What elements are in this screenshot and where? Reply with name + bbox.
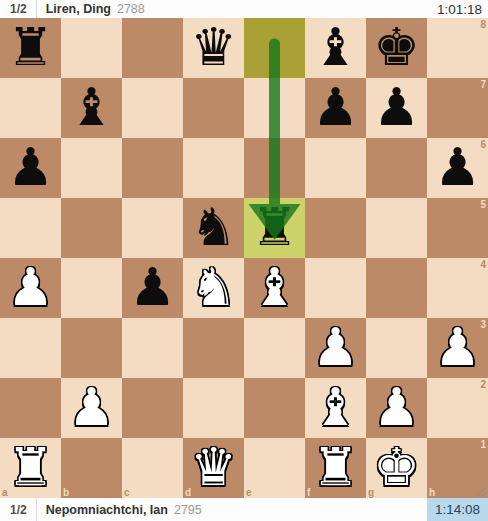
square-a6[interactable]: ♟ [0,138,61,198]
square-h6[interactable]: ♟6 [427,138,488,198]
piece-white-knight[interactable]: ♞ [183,258,244,318]
game-result-top: 1/2 [0,2,36,16]
square-g5[interactable] [366,198,427,258]
piece-black-queen[interactable]: ♛ [183,18,244,78]
square-d2[interactable] [183,378,244,438]
square-e6[interactable] [244,138,305,198]
square-e7[interactable] [244,78,305,138]
rank-label-4: 4 [480,259,486,270]
square-d8[interactable]: ♛ [183,18,244,78]
piece-white-pawn[interactable]: ♟ [61,378,122,438]
game-result-bottom: 1/2 [0,503,36,517]
rank-label-2: 2 [480,379,486,390]
piece-white-pawn[interactable]: ♟ [366,378,427,438]
square-g2[interactable]: ♟ [366,378,427,438]
square-e5[interactable]: ♜ [244,198,305,258]
piece-white-pawn[interactable]: ♟ [0,258,61,318]
square-g7[interactable]: ♟ [366,78,427,138]
square-d4[interactable]: ♞ [183,258,244,318]
player-bar-bottom: 1/2 Nepomniachtchi, Ian 2795 1:14:08 [0,498,488,521]
divider [36,0,37,18]
piece-white-rook[interactable]: ♜ [305,438,366,498]
piece-black-rook[interactable]: ♜ [0,18,61,78]
square-b5[interactable] [61,198,122,258]
player-rating-bottom: 2795 [174,503,202,517]
piece-black-rook[interactable]: ♜ [244,198,305,258]
player-bar-top: 1/2 Liren, Ding 2788 1:01:18 [0,0,488,18]
chess-board[interactable]: ♜♛♝♚8♝♟♟7♟♟6♞♜5♟♟♞♝4♟♟3♟♝♟2♜abc♛de♜f♚g1h [0,18,488,498]
square-b7[interactable]: ♝ [61,78,122,138]
board-grid[interactable]: ♜♛♝♚8♝♟♟7♟♟6♞♜5♟♟♞♝4♟♟3♟♝♟2♜abc♛de♜f♚g1h [0,18,488,498]
rank-label-1: 1 [480,439,486,450]
file-label-b: b [63,487,69,498]
square-a2[interactable] [0,378,61,438]
square-e3[interactable] [244,318,305,378]
square-f4[interactable] [305,258,366,318]
square-c6[interactable] [122,138,183,198]
resize-grip-icon [474,485,487,498]
piece-black-pawn[interactable]: ♟ [0,138,61,198]
square-b4[interactable] [61,258,122,318]
square-g4[interactable] [366,258,427,318]
rank-label-8: 8 [480,19,486,30]
square-d6[interactable] [183,138,244,198]
square-f3[interactable]: ♟ [305,318,366,378]
square-d7[interactable] [183,78,244,138]
square-f5[interactable] [305,198,366,258]
square-a4[interactable]: ♟ [0,258,61,318]
square-c8[interactable] [122,18,183,78]
square-h8[interactable]: 8 [427,18,488,78]
square-a7[interactable] [0,78,61,138]
file-label-h: h [429,487,435,498]
square-c3[interactable] [122,318,183,378]
square-b1[interactable]: b [61,438,122,498]
square-e1[interactable]: e [244,438,305,498]
square-f6[interactable] [305,138,366,198]
clock-top: 1:01:18 [431,0,488,18]
player-name-bottom: Nepomniachtchi, Ian [46,503,168,517]
rank-label-7: 7 [480,79,486,90]
player-rating-top: 2788 [117,2,145,16]
square-b6[interactable] [61,138,122,198]
square-e8[interactable] [244,18,305,78]
divider [36,498,37,521]
square-c1[interactable]: c [122,438,183,498]
square-f8[interactable]: ♝ [305,18,366,78]
square-b2[interactable]: ♟ [61,378,122,438]
resize-handle[interactable] [474,484,487,497]
piece-black-pawn[interactable]: ♟ [305,78,366,138]
piece-black-king[interactable]: ♚ [366,18,427,78]
square-h5[interactable]: 5 [427,198,488,258]
square-h4[interactable]: 4 [427,258,488,318]
piece-black-pawn[interactable]: ♟ [366,78,427,138]
file-label-e: e [246,487,252,498]
piece-white-bishop[interactable]: ♝ [305,378,366,438]
piece-black-pawn[interactable]: ♟ [122,258,183,318]
square-e2[interactable] [244,378,305,438]
square-g6[interactable] [366,138,427,198]
square-a8[interactable]: ♜ [0,18,61,78]
clock-bottom: 1:14:08 [427,498,488,521]
square-f2[interactable]: ♝ [305,378,366,438]
square-h2[interactable]: 2 [427,378,488,438]
piece-white-pawn[interactable]: ♟ [305,318,366,378]
square-a1[interactable]: ♜a [0,438,61,498]
square-h7[interactable]: 7 [427,78,488,138]
square-c2[interactable] [122,378,183,438]
piece-white-pawn[interactable]: ♟ [427,318,488,378]
square-c7[interactable] [122,78,183,138]
file-label-c: c [124,487,130,498]
piece-white-king[interactable]: ♚ [366,438,427,498]
piece-black-bishop[interactable]: ♝ [61,78,122,138]
square-f1[interactable]: ♜f [305,438,366,498]
square-a5[interactable] [0,198,61,258]
square-c5[interactable] [122,198,183,258]
square-g8[interactable]: ♚ [366,18,427,78]
piece-white-bishop[interactable]: ♝ [244,258,305,318]
broadcast-board-widget: 1/2 Liren, Ding 2788 1:01:18 ♜♛♝♚8♝♟♟7♟♟… [0,0,488,521]
player-name-top: Liren, Ding [46,2,111,16]
piece-black-pawn[interactable]: ♟ [427,138,488,198]
square-d1[interactable]: ♛d [183,438,244,498]
square-c4[interactable]: ♟ [122,258,183,318]
square-a3[interactable] [0,318,61,378]
square-b8[interactable] [61,18,122,78]
piece-black-bishop[interactable]: ♝ [305,18,366,78]
piece-black-knight[interactable]: ♞ [183,198,244,258]
square-f7[interactable]: ♟ [305,78,366,138]
piece-white-rook[interactable]: ♜ [0,438,61,498]
rank-label-5: 5 [480,199,486,210]
square-h3[interactable]: ♟3 [427,318,488,378]
square-g1[interactable]: ♚g [366,438,427,498]
square-d5[interactable]: ♞ [183,198,244,258]
square-b3[interactable] [61,318,122,378]
square-e4[interactable]: ♝ [244,258,305,318]
piece-white-queen[interactable]: ♛ [183,438,244,498]
square-g3[interactable] [366,318,427,378]
square-d3[interactable] [183,318,244,378]
